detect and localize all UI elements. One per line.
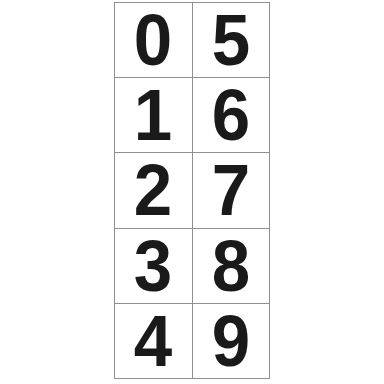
cell-r2-c0: 2 <box>115 153 192 227</box>
cell-r1-c1: 6 <box>193 78 270 152</box>
digit-8: 8 <box>212 230 250 302</box>
cell-r4-c1: 9 <box>193 304 270 378</box>
digit-6: 6 <box>212 79 250 151</box>
digit-7: 7 <box>212 154 250 226</box>
cell-r2-c1: 7 <box>193 153 270 227</box>
cell-r4-c0: 4 <box>115 304 192 378</box>
digit-3: 3 <box>134 230 172 302</box>
cell-r0-c1: 5 <box>193 3 270 77</box>
digit-1: 1 <box>134 79 172 151</box>
digit-0: 0 <box>134 4 172 76</box>
number-sticker-grid: 0 5 1 6 2 7 3 8 4 9 <box>114 2 270 379</box>
digit-9: 9 <box>212 305 250 377</box>
digit-2: 2 <box>134 154 172 226</box>
digit-4: 4 <box>134 305 172 377</box>
cell-r3-c0: 3 <box>115 229 192 303</box>
digit-5: 5 <box>212 4 250 76</box>
cell-r1-c0: 1 <box>115 78 192 152</box>
cell-r0-c0: 0 <box>115 3 192 77</box>
cell-r3-c1: 8 <box>193 229 270 303</box>
